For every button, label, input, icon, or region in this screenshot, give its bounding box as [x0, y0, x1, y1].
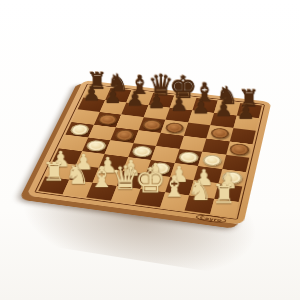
checker-dark-e6[interactable]	[164, 121, 185, 133]
piece-dark-pawn-b7[interactable]: ♟	[104, 87, 122, 107]
product-photo-scene: ♜♞♝♛♚♝♞♜♟♟♟♟♟♟♟♟♟♟♟♟♟♟♟♟♜♞♝♛♚♝♞♜ Cayro	[0, 0, 300, 300]
piece-light-knight-b1[interactable]: ♞	[65, 161, 90, 188]
checker-dark-h5[interactable]	[229, 143, 250, 156]
piece-light-bishop-f1[interactable]: ♝	[162, 172, 188, 201]
square-f6[interactable]	[184, 123, 211, 139]
piece-dark-pawn-c7[interactable]: ♟	[126, 90, 144, 110]
piece-light-rook-a1[interactable]: ♜	[42, 159, 66, 185]
piece-light-rook-h1[interactable]: ♜	[212, 181, 236, 208]
piece-dark-pawn-d7[interactable]: ♟	[148, 92, 166, 112]
piece-dark-pawn-e7[interactable]: ♟	[170, 95, 188, 115]
square-h1[interactable]: ♜	[210, 198, 239, 217]
piece-dark-pawn-h7[interactable]: ♟	[237, 103, 255, 123]
square-c6[interactable]	[116, 115, 143, 130]
playing-area-outline: ♜♞♝♛♚♝♞♜♟♟♟♟♟♟♟♟♟♟♟♟♟♟♟♟♜♞♝♛♚♝♞♜	[34, 84, 265, 220]
piece-dark-pawn-a7[interactable]: ♟	[82, 85, 100, 105]
checker-dark-g6[interactable]	[209, 127, 230, 139]
piece-dark-pawn-f7[interactable]: ♟	[192, 97, 210, 117]
checker-dark-c5[interactable]	[113, 129, 135, 142]
checker-light-a5[interactable]	[68, 123, 90, 135]
checker-dark-b6[interactable]	[97, 113, 119, 125]
board-grid: ♜♞♝♛♚♝♞♜♟♟♟♟♟♟♟♟♟♟♟♟♟♟♟♟♜♞♝♛♚♝♞♜	[38, 85, 262, 217]
checker-dark-d6[interactable]	[141, 119, 162, 131]
piece-light-knight-g1[interactable]: ♞	[187, 177, 212, 205]
square-f5[interactable]	[179, 136, 206, 152]
piece-dark-pawn-g7[interactable]: ♟	[214, 100, 232, 120]
